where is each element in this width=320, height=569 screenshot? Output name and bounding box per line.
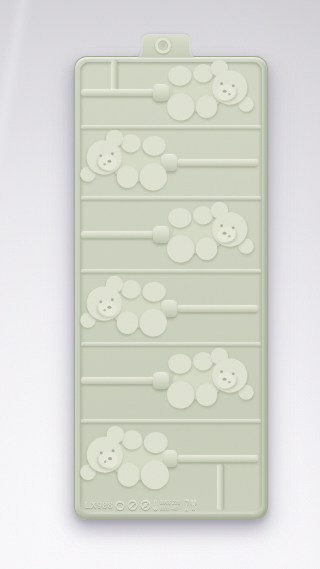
- bear-cavity: [81, 425, 169, 495]
- marking-code: LX988: [85, 499, 113, 512]
- bear-cavity: [81, 129, 167, 196]
- mold-row: [81, 275, 261, 341]
- ring-logo-icon: [115, 501, 125, 511]
- no-symbol-icon: [127, 500, 138, 511]
- no-symbol-icon: [140, 500, 151, 511]
- lollipop-stick-channel: [81, 90, 155, 96]
- bear-cavity: [81, 275, 167, 342]
- temp-min: MIN -40: [160, 506, 181, 511]
- bear-cavity: [167, 347, 253, 414]
- lollipop-stick-channel: [81, 232, 155, 238]
- hang-tab: [133, 34, 199, 58]
- thermometer-icon: [153, 500, 158, 511]
- lollipop-stick-channel: [81, 378, 155, 384]
- silicone-mold: LX988 MAX 230 MIN -40: [74, 56, 268, 520]
- bear-cavity: [167, 59, 253, 126]
- embossed-marking: LX988 MAX 230 MIN -40: [85, 499, 221, 512]
- temperature-range: MAX 230 MIN -40: [160, 500, 181, 510]
- lollipop-stick-channel: [177, 456, 258, 462]
- mold-row: [81, 201, 261, 267]
- row-divider-ridge: [81, 270, 261, 273]
- row-divider-ridge: [81, 197, 261, 200]
- hang-hole: [159, 42, 166, 49]
- mold-row: [81, 347, 261, 413]
- mold-row: [81, 59, 261, 125]
- row-divider-ridge: [81, 343, 261, 346]
- bear-cavity: [167, 201, 253, 268]
- mold-row: [81, 129, 261, 195]
- row-divider-ridge: [81, 420, 261, 423]
- photo-scene: LX988 MAX 230 MIN -40: [0, 0, 320, 569]
- mold-row: [81, 425, 261, 495]
- glass-fork-food-safe-icon: [183, 500, 197, 511]
- lollipop-stick-channel: [177, 306, 258, 312]
- lollipop-stick-channel: [177, 160, 258, 166]
